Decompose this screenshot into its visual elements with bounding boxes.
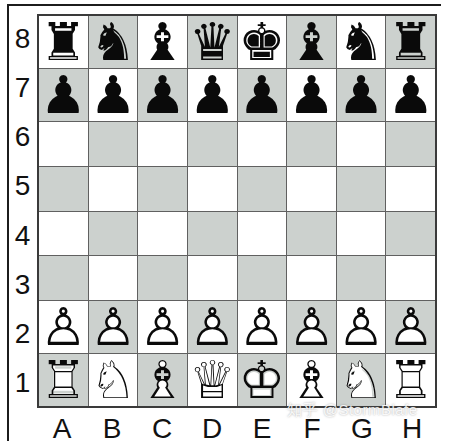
square-c3[interactable]: [138, 256, 187, 300]
square-d5[interactable]: [188, 167, 237, 211]
square-e3[interactable]: [238, 256, 287, 300]
square-h3[interactable]: [386, 256, 435, 300]
white-pawn-piece-fill: ♟: [239, 301, 286, 353]
square-a7[interactable]: ♟: [39, 69, 88, 121]
black-pawn-piece: ♟: [338, 69, 385, 121]
rank-label-4: 4: [9, 211, 36, 260]
white-queen-piece: ♕: [189, 354, 236, 406]
square-c4[interactable]: [138, 212, 187, 256]
white-pawn-piece: ♙: [90, 301, 137, 353]
square-d4[interactable]: [188, 212, 237, 256]
white-pawn-piece: ♙: [40, 301, 87, 353]
square-e7[interactable]: ♟: [238, 69, 287, 121]
black-pawn-piece: ♟: [288, 69, 335, 121]
square-a3[interactable]: [39, 256, 88, 300]
square-d3[interactable]: [188, 256, 237, 300]
white-pawn-piece: ♙: [239, 301, 286, 353]
square-b5[interactable]: [89, 167, 138, 211]
square-g5[interactable]: [337, 167, 386, 211]
square-h7[interactable]: ♟: [386, 69, 435, 121]
black-queen-piece: ♛: [189, 16, 236, 68]
square-h8[interactable]: ♜: [386, 16, 435, 68]
chess-board: ♜♞♝♛♚♝♞♜♟♟♟♟♟♟♟♟♟♙♟♙♟♙♟♙♟♙♟♙♟♙♟♙♜♖♞♘♝♗♛♕…: [37, 14, 437, 408]
white-bishop-piece-fill: ♝: [288, 354, 335, 406]
white-pawn-piece-fill: ♟: [338, 301, 385, 353]
white-queen-piece-fill: ♛: [189, 354, 236, 406]
white-pawn-piece: ♙: [189, 301, 236, 353]
square-a5[interactable]: [39, 167, 88, 211]
white-pawn-piece-fill: ♟: [189, 301, 236, 353]
black-knight-piece: ♞: [338, 16, 385, 68]
square-g2[interactable]: ♟♙: [337, 301, 386, 353]
white-king-piece: ♔: [239, 354, 286, 406]
rank-label-2: 2: [9, 310, 36, 359]
black-rook-piece: ♜: [387, 16, 434, 68]
white-knight-piece-fill: ♞: [338, 354, 385, 406]
square-f7[interactable]: ♟: [287, 69, 336, 121]
square-h2[interactable]: ♟♙: [386, 301, 435, 353]
white-knight-piece: ♘: [90, 354, 137, 406]
white-bishop-piece: ♗: [139, 354, 186, 406]
square-a6[interactable]: [39, 122, 88, 166]
square-b8[interactable]: ♞: [89, 16, 138, 68]
white-rook-piece-fill: ♜: [40, 354, 87, 406]
black-knight-piece: ♞: [90, 16, 137, 68]
square-b3[interactable]: [89, 256, 138, 300]
rank-label-3: 3: [9, 260, 36, 309]
square-g1[interactable]: ♞♘: [337, 354, 386, 406]
white-pawn-piece-fill: ♟: [90, 301, 137, 353]
square-c1[interactable]: ♝♗: [138, 354, 187, 406]
square-h4[interactable]: [386, 212, 435, 256]
rank-label-7: 7: [9, 63, 36, 112]
white-bishop-piece: ♗: [288, 354, 335, 406]
square-c7[interactable]: ♟: [138, 69, 187, 121]
black-pawn-piece: ♟: [189, 69, 236, 121]
square-e4[interactable]: [238, 212, 287, 256]
black-bishop-piece: ♝: [139, 16, 186, 68]
square-g3[interactable]: [337, 256, 386, 300]
white-rook-piece-fill: ♜: [387, 354, 434, 406]
square-g4[interactable]: [337, 212, 386, 256]
square-c8[interactable]: ♝: [138, 16, 187, 68]
chess-diagram: 87654321 ♜♞♝♛♚♝♞♜♟♟♟♟♟♟♟♟♟♙♟♙♟♙♟♙♟♙♟♙♟♙♟…: [0, 0, 461, 441]
file-label-d: D: [187, 413, 237, 441]
square-a4[interactable]: [39, 212, 88, 256]
square-h5[interactable]: [386, 167, 435, 211]
white-knight-piece-fill: ♞: [90, 354, 137, 406]
rank-label-6: 6: [9, 113, 36, 162]
square-c2[interactable]: ♟♙: [138, 301, 187, 353]
square-f5[interactable]: [287, 167, 336, 211]
black-rook-piece: ♜: [40, 16, 87, 68]
black-pawn-piece: ♟: [387, 69, 434, 121]
square-c5[interactable]: [138, 167, 187, 211]
black-pawn-piece: ♟: [90, 69, 137, 121]
square-h1[interactable]: ♜♖: [386, 354, 435, 406]
rank-labels: 87654321: [9, 14, 36, 408]
square-c6[interactable]: [138, 122, 187, 166]
square-b4[interactable]: [89, 212, 138, 256]
square-g6[interactable]: [337, 122, 386, 166]
file-label-c: C: [137, 413, 187, 441]
black-king-piece: ♚: [239, 16, 286, 68]
square-e1[interactable]: ♚♔: [238, 354, 287, 406]
square-e6[interactable]: [238, 122, 287, 166]
square-e5[interactable]: [238, 167, 287, 211]
white-knight-piece: ♘: [338, 354, 385, 406]
white-pawn-piece: ♙: [139, 301, 186, 353]
file-label-b: B: [87, 413, 137, 441]
square-g7[interactable]: ♟: [337, 69, 386, 121]
square-d2[interactable]: ♟♙: [188, 301, 237, 353]
square-b7[interactable]: ♟: [89, 69, 138, 121]
square-a2[interactable]: ♟♙: [39, 301, 88, 353]
white-pawn-piece: ♙: [288, 301, 335, 353]
white-pawn-piece-fill: ♟: [139, 301, 186, 353]
file-label-a: A: [37, 413, 87, 441]
square-a1[interactable]: ♜♖: [39, 354, 88, 406]
white-bishop-piece-fill: ♝: [139, 354, 186, 406]
white-rook-piece: ♖: [40, 354, 87, 406]
square-a8[interactable]: ♜: [39, 16, 88, 68]
square-g8[interactable]: ♞: [337, 16, 386, 68]
square-f1[interactable]: ♝♗: [287, 354, 336, 406]
white-pawn-piece-fill: ♟: [288, 301, 335, 353]
frame-top-line: [7, 4, 441, 6]
square-d6[interactable]: [188, 122, 237, 166]
file-label-e: E: [237, 413, 287, 441]
square-d1[interactable]: ♛♕: [188, 354, 237, 406]
square-b6[interactable]: [89, 122, 138, 166]
square-h6[interactable]: [386, 122, 435, 166]
white-pawn-piece-fill: ♟: [40, 301, 87, 353]
square-f4[interactable]: [287, 212, 336, 256]
square-e8[interactable]: ♚: [238, 16, 287, 68]
rank-label-5: 5: [9, 162, 36, 211]
black-pawn-piece: ♟: [139, 69, 186, 121]
rank-label-1: 1: [9, 359, 36, 408]
black-bishop-piece: ♝: [288, 16, 335, 68]
watermark: 知乎 @StormBlafe: [287, 401, 418, 420]
black-pawn-piece: ♟: [40, 69, 87, 121]
square-f8[interactable]: ♝: [287, 16, 336, 68]
rank-label-8: 8: [9, 14, 36, 63]
white-pawn-piece: ♙: [338, 301, 385, 353]
black-pawn-piece: ♟: [239, 69, 286, 121]
square-e2[interactable]: ♟♙: [238, 301, 287, 353]
square-f2[interactable]: ♟♙: [287, 301, 336, 353]
square-f3[interactable]: [287, 256, 336, 300]
square-d7[interactable]: ♟: [188, 69, 237, 121]
white-pawn-piece: ♙: [387, 301, 434, 353]
white-rook-piece: ♖: [387, 354, 434, 406]
white-pawn-piece-fill: ♟: [387, 301, 434, 353]
square-d8[interactable]: ♛: [188, 16, 237, 68]
square-b1[interactable]: ♞♘: [89, 354, 138, 406]
square-f6[interactable]: [287, 122, 336, 166]
white-king-piece-fill: ♚: [239, 354, 286, 406]
square-b2[interactable]: ♟♙: [89, 301, 138, 353]
